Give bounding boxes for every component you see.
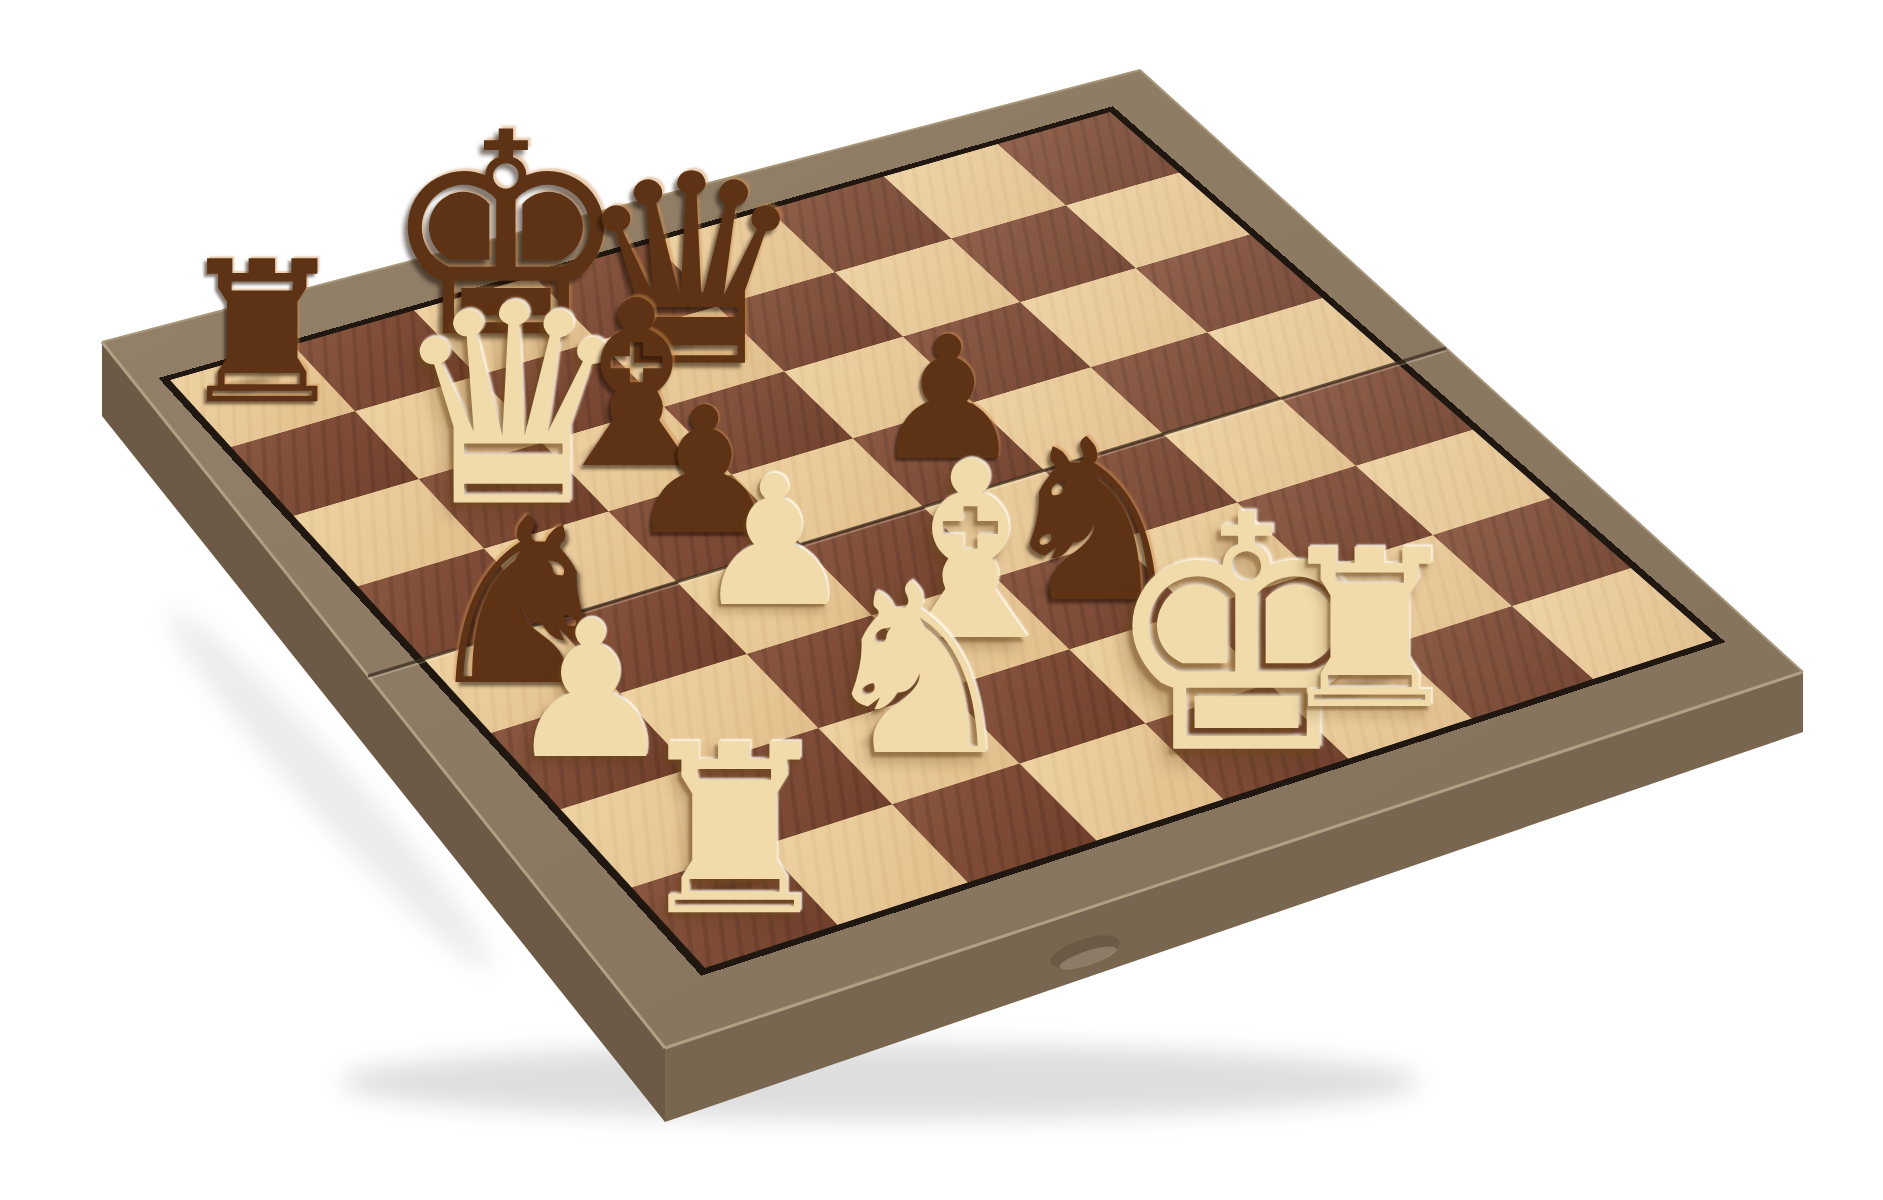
piece-black-rook-a8[interactable]: ♜ (175, 235, 350, 431)
piece-white-knight-c2[interactable]: ♞ (813, 553, 1024, 788)
board-photo: Folding walnut chess set with Staunton w… (0, 0, 1883, 1200)
piece-white-rook-f1[interactable]: ♜ (1272, 522, 1468, 741)
piece-white-rook-a1[interactable]: ♜ (629, 714, 839, 948)
